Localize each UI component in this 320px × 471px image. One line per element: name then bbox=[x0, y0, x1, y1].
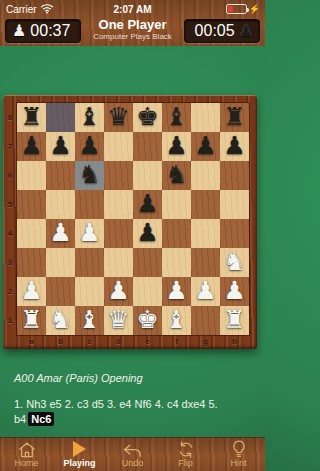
white-knight-h3: ♞ bbox=[220, 248, 249, 277]
file-label-g: g bbox=[191, 335, 220, 349]
rank-label-3: 3 bbox=[3, 248, 17, 277]
file-label-e: e bbox=[133, 335, 162, 349]
square-c3[interactable] bbox=[75, 248, 104, 277]
square-d5[interactable] bbox=[104, 190, 133, 219]
file-label-h: h bbox=[220, 335, 249, 349]
square-d7[interactable] bbox=[104, 132, 133, 161]
square-b7[interactable]: ♟ bbox=[46, 132, 75, 161]
square-h7[interactable]: ♟ bbox=[220, 132, 249, 161]
square-f3[interactable] bbox=[162, 248, 191, 277]
square-b1[interactable]: ♞ bbox=[46, 306, 75, 335]
square-g4[interactable] bbox=[191, 219, 220, 248]
black-knight-f6: ♞ bbox=[162, 161, 191, 190]
rank-labels: 87654321 bbox=[3, 103, 17, 335]
white-bishop-f1: ♝ bbox=[162, 306, 191, 335]
square-c6[interactable]: ♞ bbox=[75, 161, 104, 190]
flip-button[interactable]: Flip bbox=[159, 438, 212, 471]
square-b8[interactable] bbox=[46, 103, 75, 132]
black-pawn-h7: ♟ bbox=[220, 132, 249, 161]
charging-bolt-icon: ⚡ bbox=[249, 5, 260, 14]
file-label-a: a bbox=[17, 335, 46, 349]
file-label-d: d bbox=[104, 335, 133, 349]
opening-name: A00 Amar (Paris) Opening bbox=[14, 372, 143, 384]
square-c2[interactable] bbox=[75, 277, 104, 306]
black-pawn-icon: ♟ bbox=[239, 23, 253, 39]
square-e8[interactable]: ♚ bbox=[133, 103, 162, 132]
move-list: 1. Nh3 e5 2. c3 d5 3. e4 Nf6 4. c4 dxe4 … bbox=[14, 397, 259, 427]
square-a3[interactable] bbox=[17, 248, 46, 277]
square-b6[interactable] bbox=[46, 161, 75, 190]
square-a8[interactable]: ♜ bbox=[17, 103, 46, 132]
white-pawn-f2: ♟ bbox=[162, 277, 191, 306]
square-b5[interactable] bbox=[46, 190, 75, 219]
square-e4[interactable]: ♟ bbox=[133, 219, 162, 248]
square-f8[interactable]: ♝ bbox=[162, 103, 191, 132]
square-h8[interactable]: ♜ bbox=[220, 103, 249, 132]
rank-label-6: 6 bbox=[3, 161, 17, 190]
square-g6[interactable] bbox=[191, 161, 220, 190]
black-rook-h8: ♜ bbox=[220, 103, 249, 132]
square-d6[interactable] bbox=[104, 161, 133, 190]
square-a2[interactable]: ♟ bbox=[17, 277, 46, 306]
battery-icon bbox=[226, 4, 247, 14]
white-clock: ♟ 00:37 bbox=[5, 19, 81, 43]
square-f2[interactable]: ♟ bbox=[162, 277, 191, 306]
white-pawn-b4: ♟ bbox=[46, 219, 75, 248]
white-queen-d1: ♛ bbox=[104, 306, 133, 335]
black-clock: 00:05 ♟ bbox=[184, 19, 260, 43]
square-g1[interactable] bbox=[191, 306, 220, 335]
white-pawn-h2: ♟ bbox=[220, 277, 249, 306]
square-b2[interactable] bbox=[46, 277, 75, 306]
black-pawn-a7: ♟ bbox=[17, 132, 46, 161]
square-h3[interactable]: ♞ bbox=[220, 248, 249, 277]
white-pawn-d2: ♟ bbox=[104, 277, 133, 306]
square-g3[interactable] bbox=[191, 248, 220, 277]
white-pawn-c4: ♟ bbox=[75, 219, 104, 248]
home-button[interactable]: Home bbox=[0, 438, 53, 471]
square-h6[interactable] bbox=[220, 161, 249, 190]
flip-icon bbox=[177, 441, 195, 458]
play-icon bbox=[73, 441, 86, 458]
square-e2[interactable] bbox=[133, 277, 162, 306]
board-grid: ♜♝♛♚♝♜♟♟♟♟♟♟♞♞♟♟♟♟♞♟♟♟♟♟♜♞♝♛♚♝♜ bbox=[17, 103, 249, 335]
file-labels: abcdefgh bbox=[17, 335, 249, 349]
white-rook-h1: ♜ bbox=[220, 306, 249, 335]
square-e7[interactable] bbox=[133, 132, 162, 161]
current-move-badge: Nc6 bbox=[28, 412, 54, 426]
square-f4[interactable] bbox=[162, 219, 191, 248]
square-h4[interactable] bbox=[220, 219, 249, 248]
rank-label-8: 8 bbox=[3, 103, 17, 132]
rank-label-7: 7 bbox=[3, 132, 17, 161]
square-e6[interactable] bbox=[133, 161, 162, 190]
square-c4[interactable]: ♟ bbox=[75, 219, 104, 248]
bottom-toolbar: Home Playing Undo Flip Hint bbox=[0, 437, 265, 471]
black-pawn-e4: ♟ bbox=[133, 219, 162, 248]
file-label-f: f bbox=[162, 335, 191, 349]
white-bishop-c1: ♝ bbox=[75, 306, 104, 335]
playing-button[interactable]: Playing bbox=[53, 438, 106, 471]
square-h1[interactable]: ♜ bbox=[220, 306, 249, 335]
square-c8[interactable]: ♝ bbox=[75, 103, 104, 132]
black-knight-c6: ♞ bbox=[75, 161, 104, 190]
white-king-e1: ♚ bbox=[133, 306, 162, 335]
square-g8[interactable] bbox=[191, 103, 220, 132]
undo-icon bbox=[122, 441, 143, 458]
square-f1[interactable]: ♝ bbox=[162, 306, 191, 335]
white-rook-a1: ♜ bbox=[17, 306, 46, 335]
square-f6[interactable]: ♞ bbox=[162, 161, 191, 190]
black-clock-time: 00:05 bbox=[195, 22, 235, 40]
square-d3[interactable] bbox=[104, 248, 133, 277]
square-a7[interactable]: ♟ bbox=[17, 132, 46, 161]
undo-label: Undo bbox=[122, 458, 144, 469]
square-f5[interactable] bbox=[162, 190, 191, 219]
square-d4[interactable] bbox=[104, 219, 133, 248]
white-pawn-icon: ♟ bbox=[12, 23, 26, 39]
flip-label: Flip bbox=[178, 458, 193, 469]
white-pawn-a2: ♟ bbox=[17, 277, 46, 306]
square-d8[interactable]: ♛ bbox=[104, 103, 133, 132]
black-pawn-g7: ♟ bbox=[191, 132, 220, 161]
square-a1[interactable]: ♜ bbox=[17, 306, 46, 335]
black-pawn-b7: ♟ bbox=[46, 132, 75, 161]
home-icon bbox=[17, 441, 37, 458]
file-label-c: c bbox=[75, 335, 104, 349]
square-h2[interactable]: ♟ bbox=[220, 277, 249, 306]
square-d2[interactable]: ♟ bbox=[104, 277, 133, 306]
hint-label: Hint bbox=[230, 458, 246, 469]
square-e1[interactable]: ♚ bbox=[133, 306, 162, 335]
square-c1[interactable]: ♝ bbox=[75, 306, 104, 335]
black-bishop-f8: ♝ bbox=[162, 103, 191, 132]
black-king-e8: ♚ bbox=[133, 103, 162, 132]
square-d1[interactable]: ♛ bbox=[104, 306, 133, 335]
white-knight-b1: ♞ bbox=[46, 306, 75, 335]
square-a5[interactable] bbox=[17, 190, 46, 219]
rank-label-5: 5 bbox=[3, 190, 17, 219]
square-h5[interactable] bbox=[220, 190, 249, 219]
black-rook-a8: ♜ bbox=[17, 103, 46, 132]
square-e5[interactable]: ♟ bbox=[133, 190, 162, 219]
square-a6[interactable] bbox=[17, 161, 46, 190]
rank-label-1: 1 bbox=[3, 306, 17, 335]
square-c7[interactable]: ♟ bbox=[75, 132, 104, 161]
square-f7[interactable]: ♟ bbox=[162, 132, 191, 161]
file-label-b: b bbox=[46, 335, 75, 349]
white-clock-time: 00:37 bbox=[30, 22, 70, 40]
status-bar: Carrier 2:07 AM ⚡ bbox=[0, 0, 265, 16]
white-pawn-g2: ♟ bbox=[191, 277, 220, 306]
black-pawn-e5: ♟ bbox=[133, 190, 162, 219]
chess-board: 87654321 abcdefgh ♜♝♛♚♝♜♟♟♟♟♟♟♞♞♟♟♟♟♞♟♟♟… bbox=[3, 95, 257, 349]
black-pawn-f7: ♟ bbox=[162, 132, 191, 161]
square-b3[interactable] bbox=[46, 248, 75, 277]
square-g7[interactable]: ♟ bbox=[191, 132, 220, 161]
playing-label: Playing bbox=[63, 458, 95, 469]
rank-label-4: 4 bbox=[3, 219, 17, 248]
rank-label-2: 2 bbox=[3, 277, 17, 306]
black-bishop-c8: ♝ bbox=[75, 103, 104, 132]
square-c5[interactable] bbox=[75, 190, 104, 219]
header: Carrier 2:07 AM ⚡ One Player Computer Pl… bbox=[0, 0, 265, 46]
square-b4[interactable]: ♟ bbox=[46, 219, 75, 248]
home-label: Home bbox=[14, 458, 38, 469]
square-g5[interactable] bbox=[191, 190, 220, 219]
black-pawn-c7: ♟ bbox=[75, 132, 104, 161]
square-g2[interactable]: ♟ bbox=[191, 277, 220, 306]
hint-icon bbox=[231, 441, 247, 458]
square-a4[interactable] bbox=[17, 219, 46, 248]
hint-button[interactable]: Hint bbox=[212, 438, 265, 471]
square-e3[interactable] bbox=[133, 248, 162, 277]
undo-button[interactable]: Undo bbox=[106, 438, 159, 471]
black-queen-d8: ♛ bbox=[104, 103, 133, 132]
